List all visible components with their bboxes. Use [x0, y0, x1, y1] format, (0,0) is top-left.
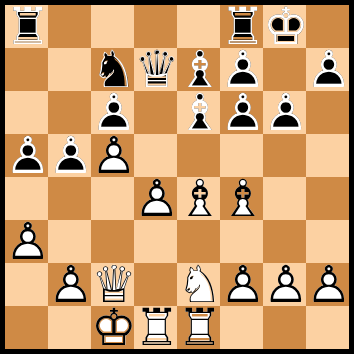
square-d3[interactable]: [134, 220, 177, 263]
square-a1[interactable]: [5, 306, 48, 349]
black-rook[interactable]: ♜♖: [5, 5, 48, 48]
white-pawn-outline-glyph: ♙: [134, 175, 177, 218]
black-pawn-outline-glyph: ♙: [306, 46, 349, 89]
white-pawn-outline-glyph: ♙: [48, 261, 91, 304]
white-pawn-outline-glyph: ♙: [306, 261, 349, 304]
black-pawn-outline-glyph: ♙: [48, 132, 91, 175]
white-pawn-outline-glyph: ♙: [220, 261, 263, 304]
square-a2[interactable]: [5, 263, 48, 306]
square-b4[interactable]: [48, 177, 91, 220]
black-pawn[interactable]: ♟♙: [220, 91, 263, 134]
white-bishop-outline-glyph: ♗: [177, 175, 220, 218]
square-f1[interactable]: [220, 306, 263, 349]
black-pawn[interactable]: ♟♙: [5, 134, 48, 177]
square-a3[interactable]: ♟♙: [5, 220, 48, 263]
black-king[interactable]: ♚♔: [263, 5, 306, 48]
square-g5[interactable]: [263, 134, 306, 177]
white-rook-outline-glyph: ♖: [177, 304, 220, 347]
square-g4[interactable]: [263, 177, 306, 220]
black-pawn[interactable]: ♟♙: [263, 91, 306, 134]
black-pawn[interactable]: ♟♙: [306, 48, 349, 91]
white-king-outline-glyph: ♔: [91, 304, 134, 347]
black-pawn[interactable]: ♟♙: [48, 134, 91, 177]
black-queen-outline-glyph: ♕: [134, 46, 177, 89]
square-e4[interactable]: ♝♗: [177, 177, 220, 220]
square-b2[interactable]: ♟♙: [48, 263, 91, 306]
white-pawn[interactable]: ♟♙: [91, 134, 134, 177]
square-g8[interactable]: ♚♔: [263, 5, 306, 48]
square-g2[interactable]: ♟♙: [263, 263, 306, 306]
chess-board: ♜♖♜♖♚♔♞♘♛♕♝♗♟♙♟♙♟♙♝♗♟♙♟♙♟♙♟♙♟♙♟♙♝♗♝♗♟♙♟♙…: [5, 5, 349, 349]
square-e6[interactable]: ♝♗: [177, 91, 220, 134]
white-bishop-outline-glyph: ♗: [220, 175, 263, 218]
square-a8[interactable]: ♜♖: [5, 5, 48, 48]
white-bishop[interactable]: ♝♗: [220, 177, 263, 220]
square-g6[interactable]: ♟♙: [263, 91, 306, 134]
square-a7[interactable]: [5, 48, 48, 91]
white-rook-outline-glyph: ♖: [134, 304, 177, 347]
white-pawn[interactable]: ♟♙: [134, 177, 177, 220]
square-a5[interactable]: ♟♙: [5, 134, 48, 177]
square-f6[interactable]: ♟♙: [220, 91, 263, 134]
black-pawn-outline-glyph: ♙: [5, 132, 48, 175]
square-b8[interactable]: [48, 5, 91, 48]
black-bishop[interactable]: ♝♗: [177, 91, 220, 134]
white-bishop[interactable]: ♝♗: [177, 177, 220, 220]
white-pawn-outline-glyph: ♙: [263, 261, 306, 304]
black-pawn-outline-glyph: ♙: [220, 89, 263, 132]
square-b1[interactable]: [48, 306, 91, 349]
square-h1[interactable]: [306, 306, 349, 349]
square-d6[interactable]: [134, 91, 177, 134]
white-pawn[interactable]: ♟♙: [263, 263, 306, 306]
square-d1[interactable]: ♜♖: [134, 306, 177, 349]
white-pawn-outline-glyph: ♙: [91, 132, 134, 175]
white-pawn-outline-glyph: ♙: [5, 218, 48, 261]
black-pawn-outline-glyph: ♙: [263, 89, 306, 132]
square-d4[interactable]: ♟♙: [134, 177, 177, 220]
square-c4[interactable]: [91, 177, 134, 220]
square-h5[interactable]: [306, 134, 349, 177]
square-h2[interactable]: ♟♙: [306, 263, 349, 306]
black-queen[interactable]: ♛♕: [134, 48, 177, 91]
white-pawn[interactable]: ♟♙: [5, 220, 48, 263]
square-g1[interactable]: [263, 306, 306, 349]
chess-board-frame: ♜♖♜♖♚♔♞♘♛♕♝♗♟♙♟♙♟♙♝♗♟♙♟♙♟♙♟♙♟♙♟♙♝♗♝♗♟♙♟♙…: [0, 0, 354, 354]
square-b7[interactable]: [48, 48, 91, 91]
white-king[interactable]: ♚♔: [91, 306, 134, 349]
white-pawn[interactable]: ♟♙: [220, 263, 263, 306]
black-rook-outline-glyph: ♖: [5, 3, 48, 46]
square-d7[interactable]: ♛♕: [134, 48, 177, 91]
black-bishop-outline-glyph: ♗: [177, 89, 220, 132]
square-f2[interactable]: ♟♙: [220, 263, 263, 306]
square-h6[interactable]: [306, 91, 349, 134]
square-c1[interactable]: ♚♔: [91, 306, 134, 349]
white-pawn[interactable]: ♟♙: [306, 263, 349, 306]
square-h7[interactable]: ♟♙: [306, 48, 349, 91]
white-rook[interactable]: ♜♖: [177, 306, 220, 349]
square-b5[interactable]: ♟♙: [48, 134, 91, 177]
square-c5[interactable]: ♟♙: [91, 134, 134, 177]
square-e1[interactable]: ♜♖: [177, 306, 220, 349]
white-rook[interactable]: ♜♖: [134, 306, 177, 349]
square-f4[interactable]: ♝♗: [220, 177, 263, 220]
square-h4[interactable]: [306, 177, 349, 220]
black-king-outline-glyph: ♔: [263, 3, 306, 46]
white-pawn[interactable]: ♟♙: [48, 263, 91, 306]
